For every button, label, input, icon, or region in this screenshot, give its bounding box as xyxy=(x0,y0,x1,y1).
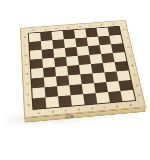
file-bottom-label-d: d xyxy=(78,108,80,111)
square-c2[interactable] xyxy=(57,85,71,96)
square-d1[interactable] xyxy=(71,94,85,105)
square-b3[interactable] xyxy=(44,76,57,87)
photo-canvas: abcdefgh abcdefgh 87654321 87654321 xyxy=(0,0,150,160)
rank-right-label-1: 1 xyxy=(137,94,141,96)
board-grid xyxy=(28,26,136,110)
file-bottom-label-h: h xyxy=(129,103,132,106)
square-e2[interactable] xyxy=(82,83,96,94)
file-top-label-d: d xyxy=(67,26,69,28)
square-f2[interactable] xyxy=(94,82,108,93)
file-bottom-label-c: c xyxy=(65,109,67,112)
square-c4[interactable] xyxy=(55,66,68,76)
file-bottom-label-e: e xyxy=(91,106,93,109)
square-b2[interactable] xyxy=(45,86,58,97)
square-g3[interactable] xyxy=(104,71,118,82)
file-top-label-e: e xyxy=(79,25,81,27)
square-a2[interactable] xyxy=(32,87,45,98)
file-top-label-a: a xyxy=(32,29,34,31)
square-d3[interactable] xyxy=(68,74,82,85)
rank-right-label-5: 5 xyxy=(128,55,131,57)
rank-right-label-4: 4 xyxy=(130,65,133,67)
square-e1[interactable] xyxy=(83,93,97,104)
square-h1[interactable] xyxy=(120,90,135,101)
rank-right-label-8: 8 xyxy=(122,29,125,31)
rank-right-label-7: 7 xyxy=(124,37,127,39)
file-bottom-label-b: b xyxy=(51,110,53,113)
rank-left-label-1: 1 xyxy=(27,104,30,106)
rank-left-label-6: 6 xyxy=(24,54,27,56)
square-g2[interactable] xyxy=(106,81,120,92)
rank-left-label-2: 2 xyxy=(26,93,29,95)
square-g1[interactable] xyxy=(108,91,122,102)
rank-right-label-2: 2 xyxy=(135,84,139,86)
square-e3[interactable] xyxy=(80,73,94,84)
chess-board: abcdefgh abcdefgh 87654321 87654321 xyxy=(20,20,146,118)
square-f1[interactable] xyxy=(96,92,110,103)
file-top-label-b: b xyxy=(44,28,46,30)
square-b5[interactable] xyxy=(42,58,55,68)
rank-left-label-4: 4 xyxy=(25,73,28,75)
square-a5[interactable] xyxy=(30,59,43,69)
square-c5[interactable] xyxy=(54,57,67,67)
square-d2[interactable] xyxy=(69,84,83,95)
file-top-label-f: f xyxy=(90,25,91,27)
square-c1[interactable] xyxy=(58,95,72,107)
square-b1[interactable] xyxy=(45,96,59,108)
file-top-label-h: h xyxy=(112,23,114,25)
file-bottom-label-f: f xyxy=(104,105,106,108)
square-c3[interactable] xyxy=(56,75,69,86)
square-a4[interactable] xyxy=(31,68,44,79)
square-a1[interactable] xyxy=(33,97,47,109)
rank-left-label-8: 8 xyxy=(23,37,26,39)
square-a3[interactable] xyxy=(32,77,45,88)
square-h2[interactable] xyxy=(118,80,132,91)
rank-right-label-6: 6 xyxy=(126,46,129,48)
rank-right-label-3: 3 xyxy=(132,74,135,76)
file-bottom-label-a: a xyxy=(38,111,40,114)
square-e4[interactable] xyxy=(79,64,92,74)
square-h3[interactable] xyxy=(116,70,130,81)
scene: abcdefgh abcdefgh 87654321 87654321 xyxy=(0,0,150,160)
square-h4[interactable] xyxy=(115,61,129,71)
file-top-label-g: g xyxy=(100,24,102,26)
board-face: abcdefgh abcdefgh 87654321 87654321 xyxy=(20,20,146,118)
file-top-label-c: c xyxy=(56,27,58,29)
square-d4[interactable] xyxy=(67,65,80,75)
rank-left-label-5: 5 xyxy=(25,64,28,66)
file-bottom-label-g: g xyxy=(116,104,119,107)
rank-left-label-3: 3 xyxy=(26,83,29,85)
square-b4[interactable] xyxy=(43,67,56,78)
square-f3[interactable] xyxy=(92,72,106,83)
latch-icon xyxy=(65,115,74,119)
rank-left-label-7: 7 xyxy=(24,45,27,47)
